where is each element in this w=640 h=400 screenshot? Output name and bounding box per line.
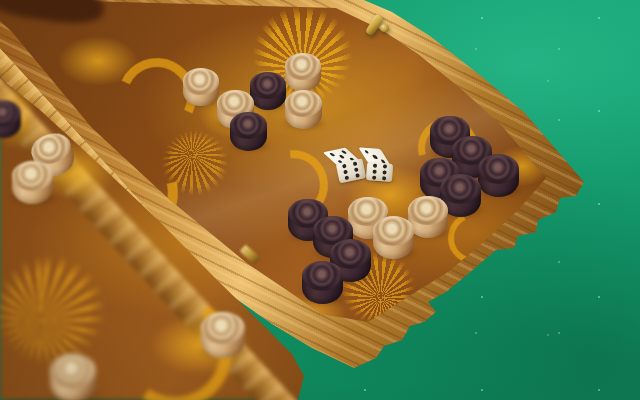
die-front-face-6 [366, 162, 393, 183]
die-pip [340, 150, 347, 154]
checker-top-face [201, 312, 245, 344]
checker-light[interactable] [201, 312, 245, 358]
checker-top-face [183, 68, 219, 94]
checker-light[interactable] [408, 196, 448, 238]
die-pip [382, 176, 386, 180]
checker-light[interactable] [285, 90, 322, 129]
checker-top-face [285, 53, 321, 79]
checker-top-face [230, 112, 267, 139]
checker-top-face [302, 261, 343, 291]
carved-gold-blob [58, 36, 138, 86]
backgammon-photo-scene [0, 0, 640, 400]
checker-light[interactable] [50, 354, 96, 400]
checker-top-face [373, 216, 414, 246]
die-pip [372, 170, 376, 174]
checker-dark[interactable] [250, 72, 286, 110]
die-pip [345, 175, 350, 180]
checker-light[interactable] [183, 68, 219, 106]
die-pip [328, 153, 335, 157]
die-pip [383, 165, 387, 169]
die-pip [353, 161, 358, 166]
die-pip [342, 164, 347, 169]
die-pip [373, 164, 377, 168]
checker-dark[interactable] [302, 261, 343, 304]
checker-top-face [50, 354, 96, 388]
checker-light[interactable] [12, 161, 53, 204]
checker-light[interactable] [373, 216, 414, 259]
checker-dark[interactable] [230, 112, 267, 151]
checker-light[interactable] [285, 53, 321, 91]
brass-clasp-knob [380, 24, 389, 32]
checker-top-face [285, 90, 322, 117]
checker-dark[interactable] [0, 100, 21, 138]
die-pip [383, 170, 387, 174]
die-pip [372, 175, 376, 179]
die-pip [363, 150, 369, 154]
die-pip [343, 170, 348, 175]
die-pip [354, 167, 359, 172]
checker-dark[interactable] [478, 154, 519, 197]
checker-top-face [12, 161, 53, 191]
die-pip [372, 155, 378, 159]
die-pip [355, 173, 360, 178]
brass-clasp[interactable] [366, 10, 400, 42]
checker-top-face [250, 72, 286, 98]
die-pip [338, 155, 345, 159]
die[interactable] [366, 148, 394, 182]
checker-top-face [478, 154, 519, 184]
